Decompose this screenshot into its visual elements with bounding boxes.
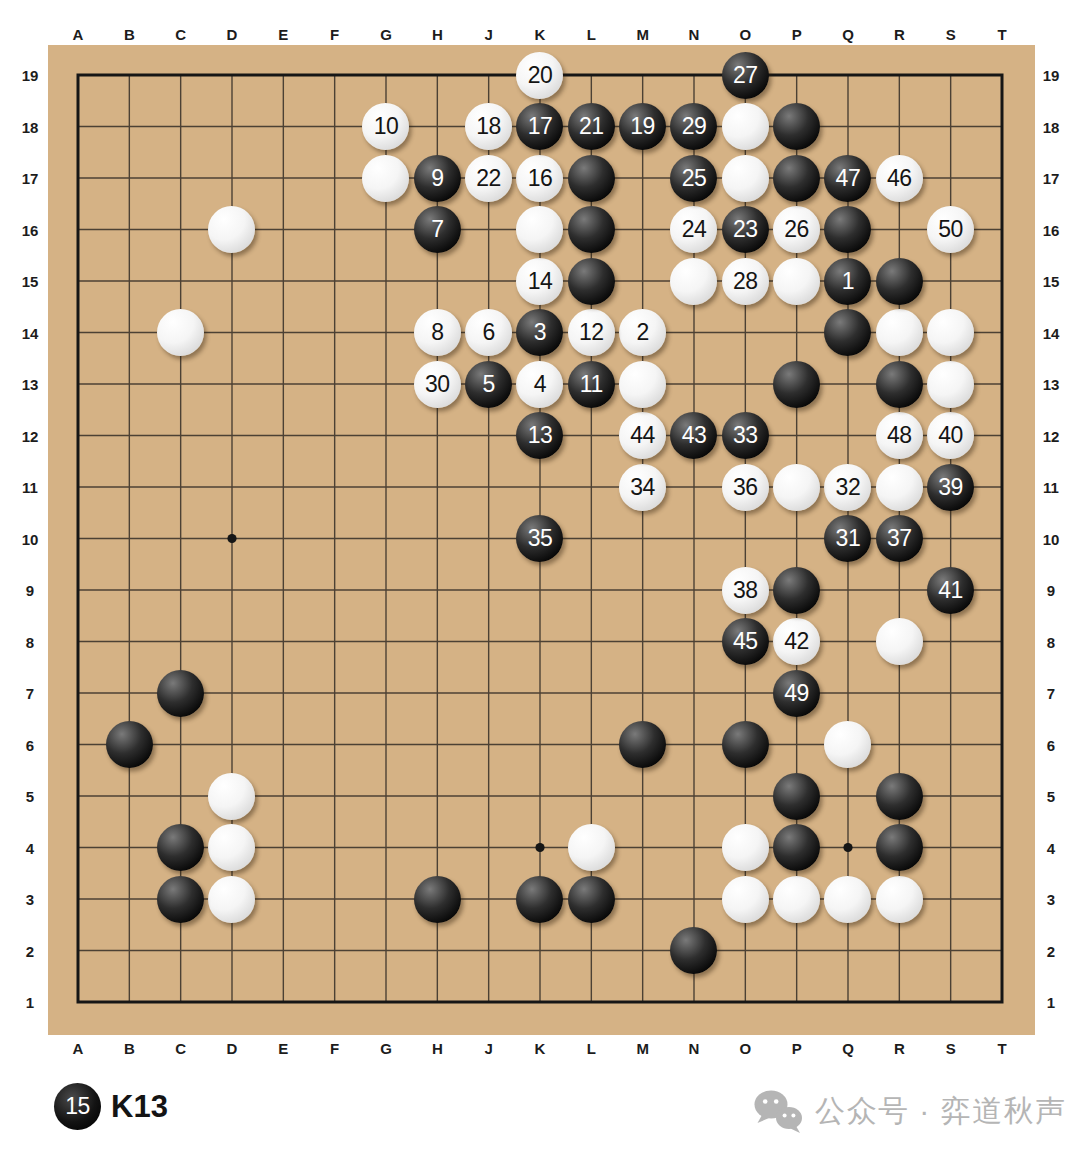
stone-white <box>208 206 255 253</box>
stone-number: 41 <box>938 579 963 602</box>
stone-black-5: 5 <box>465 361 512 408</box>
annotation-move-number: 15 <box>65 1095 90 1118</box>
coord-label-top-D: D <box>227 27 238 42</box>
stone-black-27: 27 <box>722 52 769 99</box>
stone-white <box>927 309 974 356</box>
stone-black <box>876 258 923 305</box>
stone-black-39: 39 <box>927 464 974 511</box>
stone-number: 25 <box>682 167 707 190</box>
stone-number: 43 <box>682 424 707 447</box>
stone-black <box>516 876 563 923</box>
coord-label-top-E: E <box>278 27 288 42</box>
coord-label-bottom-F: F <box>330 1041 339 1056</box>
stone-white <box>876 876 923 923</box>
coord-label-top-C: C <box>175 27 186 42</box>
stone-white <box>773 464 820 511</box>
stone-white <box>362 155 409 202</box>
stone-white-22: 22 <box>465 155 512 202</box>
coord-label-bottom-O: O <box>739 1041 751 1056</box>
coord-label-right-8: 8 <box>1047 634 1055 649</box>
coord-label-left-16: 16 <box>22 222 39 237</box>
coord-label-left-18: 18 <box>22 119 39 134</box>
stone-number: 8 <box>431 321 443 344</box>
stone-number: 50 <box>938 218 963 241</box>
coord-label-bottom-P: P <box>792 1041 802 1056</box>
coord-label-right-1: 1 <box>1047 995 1055 1010</box>
stone-black <box>414 876 461 923</box>
stone-black-43: 43 <box>670 412 717 459</box>
stone-white-46: 46 <box>876 155 923 202</box>
stone-white-48: 48 <box>876 412 923 459</box>
stone-number: 30 <box>425 373 450 396</box>
coord-label-bottom-T: T <box>997 1041 1006 1056</box>
stone-white-38: 38 <box>722 567 769 614</box>
coord-label-left-2: 2 <box>26 943 34 958</box>
coord-label-top-O: O <box>739 27 751 42</box>
stone-black-31: 31 <box>824 515 871 562</box>
stone-number: 11 <box>580 373 603 396</box>
stone-number: 16 <box>528 167 553 190</box>
stone-black-7: 7 <box>414 206 461 253</box>
coord-label-left-8: 8 <box>26 634 34 649</box>
stone-number: 3 <box>534 321 546 344</box>
stone-white <box>876 618 923 665</box>
stone-white-24: 24 <box>670 206 717 253</box>
coord-label-bottom-H: H <box>432 1041 443 1056</box>
stone-black-19: 19 <box>619 103 666 150</box>
stone-black <box>876 773 923 820</box>
stone-black-1: 1 <box>824 258 871 305</box>
stone-white <box>722 876 769 923</box>
coord-label-right-15: 15 <box>1043 274 1060 289</box>
stone-black <box>824 309 871 356</box>
stone-black-35: 35 <box>516 515 563 562</box>
stone-black-9: 9 <box>414 155 461 202</box>
stone-number: 49 <box>784 682 809 705</box>
stone-number: 34 <box>630 476 655 499</box>
stone-number: 32 <box>836 476 861 499</box>
stone-black <box>619 721 666 768</box>
stone-number: 23 <box>733 218 758 241</box>
stone-number: 1 <box>842 270 854 293</box>
coord-label-top-R: R <box>894 27 905 42</box>
coord-label-top-F: F <box>330 27 339 42</box>
stone-number: 18 <box>476 115 501 138</box>
wechat-icon <box>752 1088 804 1134</box>
stone-number: 6 <box>482 321 494 344</box>
coord-label-right-13: 13 <box>1043 377 1060 392</box>
coord-label-top-L: L <box>587 27 596 42</box>
stone-black <box>157 670 204 717</box>
stone-number: 31 <box>836 527 861 550</box>
stone-white-4: 4 <box>516 361 563 408</box>
stone-white-36: 36 <box>722 464 769 511</box>
stone-white-42: 42 <box>773 618 820 665</box>
coord-label-top-P: P <box>792 27 802 42</box>
stone-number: 26 <box>784 218 809 241</box>
stones-grid: 1234567891011121314161718192021222324252… <box>52 49 1027 1028</box>
stone-black <box>824 206 871 253</box>
stone-white <box>722 155 769 202</box>
coord-label-bottom-E: E <box>278 1041 288 1056</box>
coord-label-top-T: T <box>997 27 1006 42</box>
stone-black <box>722 721 769 768</box>
coord-label-right-16: 16 <box>1043 222 1060 237</box>
stone-black-3: 3 <box>516 309 563 356</box>
coord-label-right-9: 9 <box>1047 583 1055 598</box>
stone-black-25: 25 <box>670 155 717 202</box>
stone-black <box>568 206 615 253</box>
stone-black-11: 11 <box>568 361 615 408</box>
stone-white-8: 8 <box>414 309 461 356</box>
stone-number: 40 <box>938 424 963 447</box>
coord-label-bottom-N: N <box>689 1041 700 1056</box>
stone-black <box>773 361 820 408</box>
coord-label-bottom-D: D <box>227 1041 238 1056</box>
stone-number: 44 <box>630 424 655 447</box>
coord-label-top-N: N <box>689 27 700 42</box>
coord-label-right-10: 10 <box>1043 531 1060 546</box>
coord-label-right-11: 11 <box>1043 480 1059 495</box>
stone-black-47: 47 <box>824 155 871 202</box>
stone-black <box>568 876 615 923</box>
stone-number: 9 <box>431 167 443 190</box>
stone-number: 24 <box>682 218 707 241</box>
stone-white <box>208 773 255 820</box>
coord-label-bottom-M: M <box>636 1041 649 1056</box>
stone-number: 27 <box>733 64 758 87</box>
stone-black <box>773 824 820 871</box>
stone-white <box>208 876 255 923</box>
stone-black-13: 13 <box>516 412 563 459</box>
stone-number: 5 <box>482 373 494 396</box>
stone-white <box>722 103 769 150</box>
stone-number: 4 <box>534 373 546 396</box>
coord-label-top-M: M <box>636 27 649 42</box>
stone-white <box>516 206 563 253</box>
stone-white <box>824 721 871 768</box>
annotation-coordinate: K13 <box>111 1091 168 1122</box>
coord-label-bottom-A: A <box>73 1041 84 1056</box>
stone-number: 7 <box>431 218 443 241</box>
coord-label-bottom-B: B <box>124 1041 135 1056</box>
coord-label-right-17: 17 <box>1043 171 1060 186</box>
stone-white <box>773 258 820 305</box>
coord-label-right-6: 6 <box>1047 737 1055 752</box>
stone-black-21: 21 <box>568 103 615 150</box>
coord-label-left-6: 6 <box>26 737 34 752</box>
stone-white <box>568 824 615 871</box>
stone-number: 2 <box>636 321 648 344</box>
coord-label-right-5: 5 <box>1047 789 1055 804</box>
stone-number: 38 <box>733 579 758 602</box>
coord-label-left-10: 10 <box>22 531 39 546</box>
stone-black <box>670 927 717 974</box>
stone-white-10: 10 <box>362 103 409 150</box>
stone-white <box>208 824 255 871</box>
stone-white <box>619 361 666 408</box>
stone-black <box>157 876 204 923</box>
stone-white <box>157 309 204 356</box>
stone-number: 45 <box>733 630 758 653</box>
coord-label-left-15: 15 <box>22 274 39 289</box>
stone-black <box>876 824 923 871</box>
stone-number: 48 <box>887 424 912 447</box>
stone-number: 42 <box>784 630 809 653</box>
coord-label-top-H: H <box>432 27 443 42</box>
stone-black-23: 23 <box>722 206 769 253</box>
coord-label-left-19: 19 <box>22 68 39 83</box>
stone-number: 19 <box>630 115 655 138</box>
stone-white-26: 26 <box>773 206 820 253</box>
coord-label-bottom-L: L <box>587 1041 596 1056</box>
coord-label-top-S: S <box>946 27 956 42</box>
stone-black <box>157 824 204 871</box>
coord-label-right-14: 14 <box>1043 325 1060 340</box>
coord-label-bottom-C: C <box>175 1041 186 1056</box>
coord-label-top-Q: Q <box>842 27 854 42</box>
coord-label-bottom-G: G <box>380 1041 392 1056</box>
stone-white-30: 30 <box>414 361 461 408</box>
stone-white <box>670 258 717 305</box>
watermark-text: 公众号 · 弈道秋声 <box>815 1096 1067 1126</box>
coord-label-left-9: 9 <box>26 583 34 598</box>
stone-number: 47 <box>836 167 861 190</box>
stone-black <box>106 721 153 768</box>
stone-black <box>773 155 820 202</box>
stone-number: 12 <box>579 321 604 344</box>
stone-black <box>773 103 820 150</box>
coord-label-bottom-S: S <box>946 1041 956 1056</box>
coord-label-left-7: 7 <box>26 686 34 701</box>
stone-white-20: 20 <box>516 52 563 99</box>
stone-number: 28 <box>733 270 758 293</box>
stone-black <box>568 155 615 202</box>
stone-black-37: 37 <box>876 515 923 562</box>
coord-label-left-1: 1 <box>26 995 34 1010</box>
stone-black-45: 45 <box>722 618 769 665</box>
stone-white-6: 6 <box>465 309 512 356</box>
stone-white-2: 2 <box>619 309 666 356</box>
coord-label-top-B: B <box>124 27 135 42</box>
stone-number: 37 <box>887 527 912 550</box>
coord-label-right-12: 12 <box>1043 428 1060 443</box>
stone-white-32: 32 <box>824 464 871 511</box>
stone-number: 36 <box>733 476 758 499</box>
coord-label-top-J: J <box>484 27 492 42</box>
stone-number: 10 <box>374 115 399 138</box>
stone-white <box>876 464 923 511</box>
coord-label-right-19: 19 <box>1043 68 1060 83</box>
coord-label-right-4: 4 <box>1047 840 1055 855</box>
coord-label-bottom-J: J <box>484 1041 492 1056</box>
stone-white-14: 14 <box>516 258 563 305</box>
coord-label-bottom-Q: Q <box>842 1041 854 1056</box>
stone-black <box>568 258 615 305</box>
coord-label-left-3: 3 <box>26 892 34 907</box>
stone-white-44: 44 <box>619 412 666 459</box>
coord-label-right-18: 18 <box>1043 119 1060 134</box>
stone-number: 39 <box>938 476 963 499</box>
stone-black-49: 49 <box>773 670 820 717</box>
stone-white <box>927 361 974 408</box>
stone-white-40: 40 <box>927 412 974 459</box>
stone-white-16: 16 <box>516 155 563 202</box>
coord-label-left-13: 13 <box>22 377 39 392</box>
coord-label-bottom-R: R <box>894 1041 905 1056</box>
stone-black-41: 41 <box>927 567 974 614</box>
coord-label-top-A: A <box>73 27 84 42</box>
stone-white <box>773 876 820 923</box>
stone-white-12: 12 <box>568 309 615 356</box>
coord-label-top-G: G <box>380 27 392 42</box>
move-annotation: 15 K13 <box>54 1083 168 1130</box>
stone-white-34: 34 <box>619 464 666 511</box>
stone-white <box>824 876 871 923</box>
stone-black <box>876 361 923 408</box>
coord-label-right-2: 2 <box>1047 943 1055 958</box>
coord-label-left-4: 4 <box>26 840 34 855</box>
stone-black-29: 29 <box>670 103 717 150</box>
stone-number: 29 <box>682 115 707 138</box>
stone-black <box>773 773 820 820</box>
coord-label-right-7: 7 <box>1047 686 1055 701</box>
stone-white <box>876 309 923 356</box>
stone-number: 21 <box>579 115 604 138</box>
coord-label-right-3: 3 <box>1047 892 1055 907</box>
stone-black-33: 33 <box>722 412 769 459</box>
stone-number: 46 <box>887 167 912 190</box>
coord-label-left-12: 12 <box>22 428 39 443</box>
coord-label-left-14: 14 <box>22 325 39 340</box>
annotation-stone-black: 15 <box>54 1083 101 1130</box>
coord-label-left-17: 17 <box>22 171 39 186</box>
coord-label-top-K: K <box>535 27 546 42</box>
stone-black-17: 17 <box>516 103 563 150</box>
coord-label-left-5: 5 <box>26 789 34 804</box>
stone-number: 20 <box>528 64 553 87</box>
stone-number: 13 <box>528 424 553 447</box>
stone-number: 35 <box>528 527 553 550</box>
stone-white-50: 50 <box>927 206 974 253</box>
go-diagram-page: AABBCCDDEEFFGGHHJJKKLLMMNNOOPPQQRRSSTT19… <box>0 0 1080 1156</box>
stone-white <box>722 824 769 871</box>
stone-black <box>773 567 820 614</box>
stone-white-18: 18 <box>465 103 512 150</box>
stone-white-28: 28 <box>722 258 769 305</box>
stone-number: 33 <box>733 424 758 447</box>
stone-number: 22 <box>476 167 501 190</box>
watermark: 公众号 · 弈道秋声 <box>752 1085 1067 1137</box>
stone-number: 17 <box>528 115 553 138</box>
coord-label-bottom-K: K <box>535 1041 546 1056</box>
stone-number: 14 <box>528 270 553 293</box>
coord-label-left-11: 11 <box>22 480 38 495</box>
